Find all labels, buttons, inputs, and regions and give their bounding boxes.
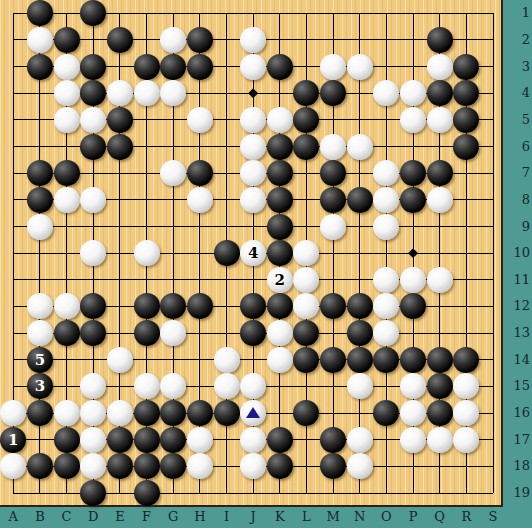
black-stone-Q14 (427, 347, 453, 373)
black-stone-C13 (54, 320, 80, 346)
white-stone-D17 (80, 427, 106, 453)
row-label-1: 1 (503, 5, 530, 21)
black-stone-K8 (267, 187, 293, 213)
black-stone-B8 (27, 187, 53, 213)
black-stone-M8 (320, 187, 346, 213)
black-stone-K7 (267, 160, 293, 186)
black-stone-N8 (347, 187, 373, 213)
white-stone-D8 (80, 187, 106, 213)
black-stone-E17 (107, 427, 133, 453)
black-stone-C7 (54, 160, 80, 186)
white-stone-B13 (27, 320, 53, 346)
white-stone-J5 (240, 107, 266, 133)
col-label-M: M (320, 508, 346, 526)
black-stone-Q2 (427, 27, 453, 53)
white-stone-J3 (240, 54, 266, 80)
white-stone-K14 (267, 347, 293, 373)
white-stone-D5 (80, 107, 106, 133)
black-stone-B14 (27, 347, 53, 373)
black-stone-F13 (134, 320, 160, 346)
col-label-G: G (160, 508, 186, 526)
row-label-13: 13 (503, 325, 530, 341)
black-stone-I16 (214, 400, 240, 426)
black-stone-K10 (267, 240, 293, 266)
black-stone-H7 (187, 160, 213, 186)
col-label-E: E (107, 508, 133, 526)
black-stone-N13 (347, 320, 373, 346)
black-stone-G17 (160, 427, 186, 453)
col-label-C: C (54, 508, 80, 526)
row-label-17: 17 (503, 432, 530, 448)
black-stone-B7 (27, 160, 53, 186)
black-stone-F19 (134, 480, 160, 506)
col-label-J: J (240, 508, 266, 526)
go-board[interactable]: 12345 (0, 0, 503, 507)
col-label-L: L (293, 508, 319, 526)
black-stone-R3 (453, 54, 479, 80)
row-label-3: 3 (503, 59, 530, 75)
black-stone-B3 (27, 54, 53, 80)
black-stone-H16 (187, 400, 213, 426)
black-stone-F16 (134, 400, 160, 426)
black-stone-Q15 (427, 373, 453, 399)
black-stone-O14 (373, 347, 399, 373)
col-label-K: K (267, 508, 293, 526)
white-stone-M6 (320, 134, 346, 160)
black-stone-K9 (267, 214, 293, 240)
black-stone-R14 (453, 347, 479, 373)
black-stone-P14 (400, 347, 426, 373)
white-stone-H8 (187, 187, 213, 213)
black-stone-K17 (267, 427, 293, 453)
col-label-D: D (80, 508, 106, 526)
white-stone-F10 (134, 240, 160, 266)
black-stone-F12 (134, 293, 160, 319)
black-stone-N14 (347, 347, 373, 373)
col-label-A: A (0, 508, 26, 526)
col-label-N: N (347, 508, 373, 526)
white-stone-J6 (240, 134, 266, 160)
black-stone-D6 (80, 134, 106, 160)
white-stone-O11 (373, 267, 399, 293)
white-stone-F4 (134, 80, 160, 106)
col-label-Q: Q (427, 508, 453, 526)
white-stone-Q11 (427, 267, 453, 293)
col-label-O: O (373, 508, 399, 526)
white-stone-Q8 (427, 187, 453, 213)
col-label-F: F (134, 508, 160, 526)
star-point (248, 88, 258, 98)
white-stone-N3 (347, 54, 373, 80)
row-label-5: 5 (503, 112, 530, 128)
row-label-18: 18 (503, 458, 530, 474)
white-stone-Q17 (427, 427, 453, 453)
black-stone-H3 (187, 54, 213, 80)
black-stone-E5 (107, 107, 133, 133)
white-stone-K13 (267, 320, 293, 346)
row-label-2: 2 (503, 32, 530, 48)
black-stone-Q7 (427, 160, 453, 186)
black-stone-E2 (107, 27, 133, 53)
black-stone-Q16 (427, 400, 453, 426)
black-stone-Q4 (427, 80, 453, 106)
white-stone-H17 (187, 427, 213, 453)
white-stone-B9 (27, 214, 53, 240)
col-label-R: R (453, 508, 479, 526)
white-stone-N18 (347, 453, 373, 479)
white-stone-Q3 (427, 54, 453, 80)
white-stone-K5 (267, 107, 293, 133)
white-stone-I14 (214, 347, 240, 373)
black-stone-F17 (134, 427, 160, 453)
black-stone-R6 (453, 134, 479, 160)
white-stone-F15 (134, 373, 160, 399)
white-stone-R17 (453, 427, 479, 453)
white-stone-C12 (54, 293, 80, 319)
black-stone-M17 (320, 427, 346, 453)
row-label-12: 12 (503, 298, 530, 314)
white-stone-E14 (107, 347, 133, 373)
row-label-9: 9 (503, 219, 530, 235)
black-stone-B16 (27, 400, 53, 426)
row-label-19: 19 (503, 485, 530, 501)
row-label-10: 10 (503, 245, 530, 261)
white-stone-O9 (373, 214, 399, 240)
black-stone-C17 (54, 427, 80, 453)
white-stone-P11 (400, 267, 426, 293)
white-stone-H5 (187, 107, 213, 133)
white-stone-J8 (240, 187, 266, 213)
white-stone-C16 (54, 400, 80, 426)
row-label-14: 14 (503, 352, 530, 368)
black-stone-G3 (160, 54, 186, 80)
row-label-15: 15 (503, 378, 530, 394)
black-stone-H2 (187, 27, 213, 53)
black-stone-P8 (400, 187, 426, 213)
black-stone-C2 (54, 27, 80, 53)
white-stone-I15 (214, 373, 240, 399)
black-stone-D3 (80, 54, 106, 80)
black-stone-C18 (54, 453, 80, 479)
black-stone-K6 (267, 134, 293, 160)
black-stone-K18 (267, 453, 293, 479)
white-stone-C8 (54, 187, 80, 213)
star-point (408, 248, 418, 258)
white-stone-H18 (187, 453, 213, 479)
col-label-I: I (214, 508, 240, 526)
white-stone-E16 (107, 400, 133, 426)
black-stone-F3 (134, 54, 160, 80)
white-stone-N6 (347, 134, 373, 160)
row-label-8: 8 (503, 192, 530, 208)
row-label-7: 7 (503, 165, 530, 181)
col-label-S: S (480, 508, 506, 526)
white-stone-N17 (347, 427, 373, 453)
col-label-H: H (187, 508, 213, 526)
white-stone-E4 (107, 80, 133, 106)
black-stone-A17 (0, 427, 26, 453)
white-stone-K11 (267, 267, 293, 293)
white-stone-P16 (400, 400, 426, 426)
black-stone-M14 (320, 347, 346, 373)
white-stone-N15 (347, 373, 373, 399)
white-stone-C3 (54, 54, 80, 80)
white-stone-J17 (240, 427, 266, 453)
white-stone-M9 (320, 214, 346, 240)
white-stone-P5 (400, 107, 426, 133)
white-stone-J2 (240, 27, 266, 53)
black-stone-E6 (107, 134, 133, 160)
col-label-B: B (27, 508, 53, 526)
white-stone-G2 (160, 27, 186, 53)
black-stone-L6 (293, 134, 319, 160)
row-label-11: 11 (503, 272, 530, 288)
white-stone-P17 (400, 427, 426, 453)
white-stone-Q5 (427, 107, 453, 133)
go-game-screen: 12345 ABCDEFGHIJKLMNOPQRS 12345678910111… (0, 0, 532, 528)
col-label-P: P (400, 508, 426, 526)
row-label-16: 16 (503, 405, 530, 421)
white-stone-C5 (54, 107, 80, 133)
row-label-6: 6 (503, 139, 530, 155)
row-label-4: 4 (503, 85, 530, 101)
white-stone-B2 (27, 27, 53, 53)
black-stone-F18 (134, 453, 160, 479)
black-stone-I10 (214, 240, 240, 266)
black-stone-K3 (267, 54, 293, 80)
white-stone-J16 (240, 400, 266, 426)
white-stone-M3 (320, 54, 346, 80)
white-stone-C4 (54, 80, 80, 106)
